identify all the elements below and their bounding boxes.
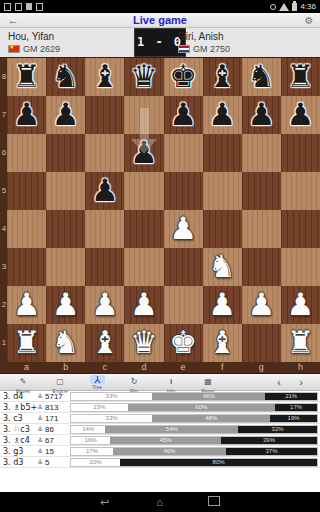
square-f5[interactable] xyxy=(203,172,242,210)
china-flag-icon xyxy=(8,45,20,53)
square-d7[interactable] xyxy=(124,96,163,134)
explorer-move: 3. d3 xyxy=(3,458,37,467)
square-f7[interactable]: ♟ xyxy=(203,96,242,134)
camera-icon xyxy=(36,3,43,11)
square-g2[interactable]: ♟ xyxy=(242,286,281,324)
square-h8[interactable]: ♜ xyxy=(281,58,320,96)
square-b6[interactable] xyxy=(46,134,85,172)
square-h3[interactable] xyxy=(281,248,320,286)
white-player-name: Hou, Yifan xyxy=(8,31,60,42)
black-result-segment: 32% xyxy=(238,426,317,433)
file-label-h: h xyxy=(281,362,320,374)
rank-label-6: 6 xyxy=(1,148,7,157)
explorer-move: 3. ♗b5+ xyxy=(3,403,37,412)
square-g7[interactable]: ♟ xyxy=(242,96,281,134)
white-king-e1[interactable]: ♚ xyxy=(164,324,203,362)
games-count-icon: ♟ xyxy=(37,436,45,445)
black-result-segment: 17% xyxy=(275,404,317,411)
white-result-segment: 23% xyxy=(71,404,128,411)
phone-icon xyxy=(4,3,11,11)
white-pawn-e4[interactable]: ♟ xyxy=(164,210,203,248)
white-rook-a1[interactable]: ♜ xyxy=(7,324,46,362)
white-result-segment: 33% xyxy=(71,415,152,422)
white-knight-f3[interactable]: ♞ xyxy=(203,248,242,286)
square-c6[interactable] xyxy=(85,134,124,172)
board-squares: ♜♞♝♛♚♝♞♜♟♟♟♟♟♟♟♟♟♞♟♟♟♟♟♟♟♜♞♝♛♚♝♜ xyxy=(7,58,320,362)
white-pawn-a2[interactable]: ♟ xyxy=(7,286,46,324)
rank-label-2: 2 xyxy=(1,300,7,309)
games-count: 86 xyxy=(45,425,70,434)
black-pawn-g7[interactable]: ♟ xyxy=(242,96,281,134)
square-c2[interactable]: ♟ xyxy=(85,286,124,324)
square-a3[interactable] xyxy=(7,248,46,286)
games-count: 15 xyxy=(45,447,70,456)
rank-label-1: 1 xyxy=(1,338,7,347)
black-bishop-c8[interactable]: ♝ xyxy=(85,58,124,96)
file-label-g: g xyxy=(242,362,281,374)
black-result-segment: 39% xyxy=(221,437,317,444)
flip-icon: ↻ xyxy=(131,377,138,386)
white-pawn-b2[interactable]: ♟ xyxy=(46,286,85,324)
black-king-e8[interactable]: ♚ xyxy=(164,58,203,96)
square-f1[interactable]: ♝ xyxy=(203,324,242,362)
square-f8[interactable]: ♝ xyxy=(203,58,242,96)
explorer-move: 3. ♘c3 xyxy=(3,425,37,434)
result-bar: 14%54%32% xyxy=(70,425,318,434)
draw-result-segment: 46% xyxy=(152,393,265,400)
toolbar-tree-button[interactable]: Tree xyxy=(82,375,112,390)
gallery-icon xyxy=(15,3,22,11)
engine-icon: ▢ xyxy=(56,377,64,386)
square-d5[interactable] xyxy=(124,172,163,210)
games-count-icon: ♟ xyxy=(37,403,45,412)
android-back-icon[interactable]: ↩ xyxy=(100,493,109,511)
explorer-move: 3. ♗c4 xyxy=(3,436,37,445)
white-rook-h1[interactable]: ♜ xyxy=(281,324,320,362)
draw-result-segment: 45% xyxy=(110,437,221,444)
rank-label-8: 8 xyxy=(1,72,7,81)
black-pawn-a7[interactable]: ♟ xyxy=(7,96,46,134)
square-d4[interactable] xyxy=(124,210,163,248)
square-b5[interactable] xyxy=(46,172,85,210)
white-knight-b1[interactable]: ♞ xyxy=(46,324,85,362)
draw-result-segment: 46% xyxy=(113,448,226,455)
square-b3[interactable] xyxy=(46,248,85,286)
square-e4[interactable]: ♟ xyxy=(164,210,203,248)
result-bar: 16%45%39% xyxy=(70,436,318,445)
square-c5[interactable]: ♟ xyxy=(85,172,124,210)
square-b4[interactable] xyxy=(46,210,85,248)
square-d8[interactable]: ♛ xyxy=(124,58,163,96)
android-nav-bar: ↩ ⌂ xyxy=(0,492,320,512)
square-h2[interactable]: ♟ xyxy=(281,286,320,324)
black-pawn-f7[interactable]: ♟ xyxy=(203,96,242,134)
black-result-segment: 19% xyxy=(270,415,317,422)
black-pawn-h7[interactable]: ♟ xyxy=(281,96,320,134)
white-result-segment: 14% xyxy=(71,426,105,433)
gear-icon[interactable]: ⚙ xyxy=(298,15,320,26)
white-pawn-f2[interactable]: ♟ xyxy=(203,286,242,324)
status-bar: 4:36 xyxy=(0,0,320,13)
netherlands-flag-icon xyxy=(178,45,190,53)
games-count-icon: ♟ xyxy=(37,392,45,401)
white-queen-d1[interactable]: ♛ xyxy=(124,324,163,362)
rank-label-4: 4 xyxy=(1,224,7,233)
square-d1[interactable]: ♛ xyxy=(124,324,163,362)
square-d6[interactable]: ♟ xyxy=(124,134,163,172)
opening-explorer: 3. d4♟571733%46%21%3. ♗b5+♟81323%60%17%3… xyxy=(0,391,320,468)
draw-result-segment: 48% xyxy=(152,415,270,422)
square-e2[interactable] xyxy=(164,286,203,324)
app-header: ← Live game ⚙ xyxy=(0,13,320,28)
square-c3[interactable] xyxy=(85,248,124,286)
white-result-segment: 33% xyxy=(71,393,152,400)
status-indicators: 4:36 xyxy=(270,2,316,11)
black-pawn-e7[interactable]: ♟ xyxy=(164,96,203,134)
explorer-row[interactable]: 3. c3♟17133%48%19% xyxy=(0,413,320,424)
square-a4[interactable] xyxy=(7,210,46,248)
rank-label-3: 3 xyxy=(1,262,7,271)
black-result-segment: 21% xyxy=(265,393,317,400)
sync-icon xyxy=(270,4,276,10)
games-count-icon: ♟ xyxy=(37,425,45,434)
white-pawn-g2[interactable]: ♟ xyxy=(242,286,281,324)
black-queen-d8[interactable]: ♛ xyxy=(124,58,163,96)
toolbar-label-tree: Tree xyxy=(92,384,102,390)
result-bar: 20%80% xyxy=(70,458,318,467)
next-move-button[interactable]: › xyxy=(290,374,312,390)
square-c1[interactable]: ♝ xyxy=(85,324,124,362)
storage-icon xyxy=(26,3,32,10)
square-f3[interactable]: ♞ xyxy=(203,248,242,286)
player-bar: Hou, Yifan GM 2629 1 - 0 Giri, Anish GM … xyxy=(0,28,320,57)
android-recents-icon[interactable] xyxy=(210,498,220,506)
square-h7[interactable]: ♟ xyxy=(281,96,320,134)
square-b8[interactable]: ♞ xyxy=(46,58,85,96)
square-e5[interactable] xyxy=(164,172,203,210)
pencil-icon: ✎ xyxy=(20,377,27,386)
info-icon: i xyxy=(170,377,172,386)
square-a2[interactable]: ♟ xyxy=(7,286,46,324)
square-a1[interactable]: ♜ xyxy=(7,324,46,362)
square-g1[interactable] xyxy=(242,324,281,362)
explorer-move: 3. c3 xyxy=(3,414,37,423)
explorer-row[interactable]: 3. ♗b5+♟81323%60%17% xyxy=(0,402,320,413)
square-h6[interactable] xyxy=(281,134,320,172)
explorer-row[interactable]: 3. ♘c3♟8614%54%32% xyxy=(0,424,320,435)
explorer-row[interactable]: 3. ♗c4♟6716%45%39% xyxy=(0,435,320,446)
square-f6[interactable] xyxy=(203,134,242,172)
draw-result-segment: 60% xyxy=(128,404,276,411)
rank-label-7: 7 xyxy=(1,110,7,119)
games-count: 67 xyxy=(45,436,70,445)
reset-icon: ▦ xyxy=(204,377,212,386)
square-g8[interactable]: ♞ xyxy=(242,58,281,96)
white-result-segment: 16% xyxy=(71,437,110,444)
page-title: Live game xyxy=(0,13,320,28)
square-g5[interactable] xyxy=(242,172,281,210)
white-bishop-f1[interactable]: ♝ xyxy=(203,324,242,362)
square-e6[interactable] xyxy=(164,134,203,172)
games-count-icon: ♟ xyxy=(37,414,45,423)
games-count-icon: ♟ xyxy=(37,447,45,456)
black-rook-a8[interactable]: ♜ xyxy=(7,58,46,96)
explorer-move: 3. g3 xyxy=(3,447,37,456)
square-a5[interactable] xyxy=(7,172,46,210)
prev-move-button[interactable]: ‹ xyxy=(268,374,290,390)
square-c4[interactable] xyxy=(85,210,124,248)
white-bishop-c1[interactable]: ♝ xyxy=(85,324,124,362)
result-bar: 33%48%19% xyxy=(70,414,318,423)
square-d3[interactable] xyxy=(124,248,163,286)
square-f4[interactable] xyxy=(203,210,242,248)
result-bar: 33%46%21% xyxy=(70,392,318,401)
explorer-row[interactable]: 3. g3♟1517%46%37% xyxy=(0,446,320,457)
black-player-rating: GM 2750 xyxy=(193,44,230,54)
square-b7[interactable]: ♟ xyxy=(46,96,85,134)
android-home-icon[interactable]: ⌂ xyxy=(156,493,163,511)
tree-icon xyxy=(93,375,102,384)
games-count: 171 xyxy=(45,414,70,423)
white-pawn-d2[interactable]: ♟ xyxy=(124,286,163,324)
explorer-move: 3. d4 xyxy=(3,392,37,401)
games-count-icon: ♟ xyxy=(37,458,45,467)
board-toolbar: ✎Moves▢EngineTree↻FlipiInfo▦Reset‹› xyxy=(0,374,320,391)
square-e8[interactable]: ♚ xyxy=(164,58,203,96)
square-a8[interactable]: ♜ xyxy=(7,58,46,96)
square-a6[interactable] xyxy=(7,134,46,172)
square-h4[interactable] xyxy=(281,210,320,248)
games-count: 5717 xyxy=(45,392,70,401)
black-result-segment: 37% xyxy=(226,448,317,455)
square-c7[interactable] xyxy=(85,96,124,134)
square-d2[interactable]: ♟ xyxy=(124,286,163,324)
rank-label-5: 5 xyxy=(1,186,7,195)
black-rook-h8[interactable]: ♜ xyxy=(281,58,320,96)
black-result-segment: 80% xyxy=(120,459,317,466)
wifi-icon xyxy=(279,3,289,11)
battery-icon xyxy=(292,3,297,11)
result-bar: 17%46%37% xyxy=(70,447,318,456)
square-e1[interactable]: ♚ xyxy=(164,324,203,362)
notification-icons xyxy=(4,3,43,11)
status-clock: 4:36 xyxy=(300,2,316,11)
black-player: Giri, Anish GM 2750 xyxy=(178,31,230,54)
white-pawn-h2[interactable]: ♟ xyxy=(281,286,320,324)
draw-result-segment: 54% xyxy=(105,426,238,433)
white-result-segment: 17% xyxy=(71,448,113,455)
chess-board: ♜♞♝♛♚♝♞♜♟♟♟♟♟♟♟♟♟♞♟♟♟♟♟♟♟♜♞♝♛♚♝♜ 8765432… xyxy=(0,57,320,374)
square-e3[interactable] xyxy=(164,248,203,286)
app-screen: 4:36 ← Live game ⚙ Hou, Yifan GM 2629 1 … xyxy=(0,0,320,512)
square-a7[interactable]: ♟ xyxy=(7,96,46,134)
square-h5[interactable] xyxy=(281,172,320,210)
square-h1[interactable]: ♜ xyxy=(281,324,320,362)
white-player: Hou, Yifan GM 2629 xyxy=(8,31,60,54)
square-e7[interactable]: ♟ xyxy=(164,96,203,134)
square-g4[interactable] xyxy=(242,210,281,248)
explorer-row[interactable]: 3. d3♟520%80% xyxy=(0,457,320,468)
white-result-segment: 20% xyxy=(71,459,120,466)
games-count: 5 xyxy=(45,458,70,467)
games-count: 813 xyxy=(45,403,70,412)
black-pawn-c5[interactable]: ♟ xyxy=(85,172,124,210)
black-knight-g8[interactable]: ♞ xyxy=(242,58,281,96)
square-c8[interactable]: ♝ xyxy=(85,58,124,96)
square-b1[interactable]: ♞ xyxy=(46,324,85,362)
black-pawn-d6[interactable]: ♟ xyxy=(124,134,163,172)
white-player-rating: GM 2629 xyxy=(23,44,60,54)
black-player-name: Giri, Anish xyxy=(178,31,230,42)
result-bar: 23%60%17% xyxy=(70,403,318,412)
white-pawn-c2[interactable]: ♟ xyxy=(85,286,124,324)
square-f2[interactable]: ♟ xyxy=(203,286,242,324)
square-b2[interactable]: ♟ xyxy=(46,286,85,324)
black-pawn-b7[interactable]: ♟ xyxy=(46,96,85,134)
explorer-row[interactable]: 3. d4♟571733%46%21% xyxy=(0,391,320,402)
black-bishop-f8[interactable]: ♝ xyxy=(203,58,242,96)
square-g6[interactable] xyxy=(242,134,281,172)
square-g3[interactable] xyxy=(242,248,281,286)
black-knight-b8[interactable]: ♞ xyxy=(46,58,85,96)
